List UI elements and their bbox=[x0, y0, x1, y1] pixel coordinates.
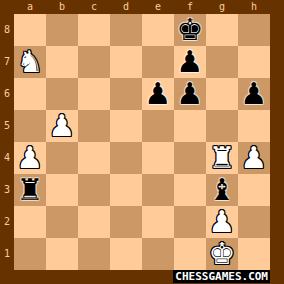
square-f8[interactable]: ♚ bbox=[174, 14, 206, 46]
square-a6[interactable] bbox=[14, 78, 46, 110]
rank-label-3: 3 bbox=[0, 174, 14, 206]
square-d8[interactable] bbox=[110, 14, 142, 46]
square-e3[interactable] bbox=[142, 174, 174, 206]
file-label-a: a bbox=[14, 0, 46, 14]
square-h3[interactable] bbox=[238, 174, 270, 206]
file-label-d: d bbox=[110, 0, 142, 14]
rank-label-4: 4 bbox=[0, 142, 14, 174]
square-g3[interactable]: ♝ bbox=[206, 174, 238, 206]
square-f6[interactable]: ♟ bbox=[174, 78, 206, 110]
square-h1[interactable] bbox=[238, 238, 270, 270]
square-g8[interactable] bbox=[206, 14, 238, 46]
square-h5[interactable] bbox=[238, 110, 270, 142]
rank-label-5: 5 bbox=[0, 110, 14, 142]
square-g1[interactable]: ♚ bbox=[206, 238, 238, 270]
square-b4[interactable] bbox=[46, 142, 78, 174]
square-b2[interactable] bbox=[46, 206, 78, 238]
square-f3[interactable] bbox=[174, 174, 206, 206]
piece-black-king-f8[interactable]: ♚ bbox=[177, 14, 204, 46]
square-c1[interactable] bbox=[78, 238, 110, 270]
square-e8[interactable] bbox=[142, 14, 174, 46]
file-label-e: e bbox=[142, 0, 174, 14]
piece-black-rook-a3[interactable]: ♜ bbox=[17, 174, 44, 206]
square-g5[interactable] bbox=[206, 110, 238, 142]
piece-white-king-g1[interactable]: ♚ bbox=[209, 238, 236, 270]
square-c5[interactable] bbox=[78, 110, 110, 142]
rank-label-7: 7 bbox=[0, 46, 14, 78]
chess-diagram: ♚♞♟♟♟♟♟♟♜♟♜♝♟♚ CHESSGAMES.COM abcdefgh87… bbox=[0, 0, 284, 284]
file-label-c: c bbox=[78, 0, 110, 14]
square-h4[interactable]: ♟ bbox=[238, 142, 270, 174]
square-a1[interactable] bbox=[14, 238, 46, 270]
square-c4[interactable] bbox=[78, 142, 110, 174]
square-d2[interactable] bbox=[110, 206, 142, 238]
square-c3[interactable] bbox=[78, 174, 110, 206]
piece-white-pawn-a4[interactable]: ♟ bbox=[17, 142, 44, 174]
square-e6[interactable]: ♟ bbox=[142, 78, 174, 110]
square-a4[interactable]: ♟ bbox=[14, 142, 46, 174]
square-d4[interactable] bbox=[110, 142, 142, 174]
square-e1[interactable] bbox=[142, 238, 174, 270]
square-c7[interactable] bbox=[78, 46, 110, 78]
square-a2[interactable] bbox=[14, 206, 46, 238]
file-label-f: f bbox=[174, 0, 206, 14]
square-h7[interactable] bbox=[238, 46, 270, 78]
square-g7[interactable] bbox=[206, 46, 238, 78]
square-a7[interactable]: ♞ bbox=[14, 46, 46, 78]
square-f2[interactable] bbox=[174, 206, 206, 238]
rank-label-8: 8 bbox=[0, 14, 14, 46]
square-a5[interactable] bbox=[14, 110, 46, 142]
piece-white-pawn-g2[interactable]: ♟ bbox=[209, 206, 236, 238]
square-b3[interactable] bbox=[46, 174, 78, 206]
piece-white-pawn-b5[interactable]: ♟ bbox=[49, 110, 76, 142]
rank-label-2: 2 bbox=[0, 206, 14, 238]
square-d7[interactable] bbox=[110, 46, 142, 78]
square-d1[interactable] bbox=[110, 238, 142, 270]
square-h8[interactable] bbox=[238, 14, 270, 46]
piece-white-knight-a7[interactable]: ♞ bbox=[17, 46, 44, 78]
square-f1[interactable] bbox=[174, 238, 206, 270]
piece-black-bishop-g3[interactable]: ♝ bbox=[209, 174, 236, 206]
piece-white-pawn-h4[interactable]: ♟ bbox=[241, 142, 268, 174]
square-c6[interactable] bbox=[78, 78, 110, 110]
file-label-h: h bbox=[238, 0, 270, 14]
square-h2[interactable] bbox=[238, 206, 270, 238]
square-b6[interactable] bbox=[46, 78, 78, 110]
square-d3[interactable] bbox=[110, 174, 142, 206]
piece-black-pawn-f6[interactable]: ♟ bbox=[177, 78, 204, 110]
square-b7[interactable] bbox=[46, 46, 78, 78]
square-c2[interactable] bbox=[78, 206, 110, 238]
square-a3[interactable]: ♜ bbox=[14, 174, 46, 206]
square-b1[interactable] bbox=[46, 238, 78, 270]
square-g6[interactable] bbox=[206, 78, 238, 110]
square-d5[interactable] bbox=[110, 110, 142, 142]
rank-label-6: 6 bbox=[0, 78, 14, 110]
square-g4[interactable]: ♜ bbox=[206, 142, 238, 174]
square-f4[interactable] bbox=[174, 142, 206, 174]
square-b5[interactable]: ♟ bbox=[46, 110, 78, 142]
square-e5[interactable] bbox=[142, 110, 174, 142]
square-h6[interactable]: ♟ bbox=[238, 78, 270, 110]
piece-black-pawn-h6[interactable]: ♟ bbox=[241, 78, 268, 110]
square-f7[interactable]: ♟ bbox=[174, 46, 206, 78]
square-e4[interactable] bbox=[142, 142, 174, 174]
square-e7[interactable] bbox=[142, 46, 174, 78]
square-c8[interactable] bbox=[78, 14, 110, 46]
square-d6[interactable] bbox=[110, 78, 142, 110]
square-a8[interactable] bbox=[14, 14, 46, 46]
rank-label-1: 1 bbox=[0, 238, 14, 270]
square-e2[interactable] bbox=[142, 206, 174, 238]
file-label-b: b bbox=[46, 0, 78, 14]
square-b8[interactable] bbox=[46, 14, 78, 46]
chessgames-link[interactable]: CHESSGAMES.COM bbox=[173, 270, 270, 283]
piece-black-pawn-f7[interactable]: ♟ bbox=[177, 46, 204, 78]
square-g2[interactable]: ♟ bbox=[206, 206, 238, 238]
piece-white-rook-g4[interactable]: ♜ bbox=[209, 142, 236, 174]
square-f5[interactable] bbox=[174, 110, 206, 142]
piece-black-pawn-e6[interactable]: ♟ bbox=[145, 78, 172, 110]
file-label-g: g bbox=[206, 0, 238, 14]
chess-board: ♚♞♟♟♟♟♟♟♜♟♜♝♟♚ bbox=[14, 14, 270, 270]
